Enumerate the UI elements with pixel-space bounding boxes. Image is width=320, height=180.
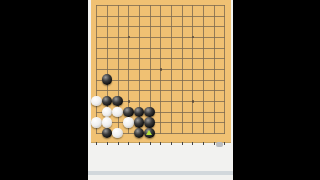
grid-line-v bbox=[224, 5, 225, 134]
tick-mark bbox=[139, 142, 140, 145]
white-stone bbox=[112, 107, 122, 117]
letterbox-left bbox=[0, 0, 88, 180]
letterbox-right bbox=[233, 0, 320, 180]
black-stone bbox=[134, 128, 144, 138]
last-move-marker bbox=[146, 130, 152, 135]
white-stone bbox=[112, 128, 122, 138]
tick-mark bbox=[203, 142, 204, 145]
grid-line-v bbox=[214, 5, 215, 134]
black-stone bbox=[144, 117, 154, 127]
white-stone bbox=[91, 96, 101, 106]
tick-mark bbox=[171, 142, 172, 145]
screenshot-root: { "game": "go", "board": { "size": 13, "… bbox=[0, 0, 320, 180]
star-point bbox=[128, 100, 130, 102]
grid-line-h bbox=[96, 80, 225, 81]
tick-mark bbox=[214, 142, 215, 145]
tick-mark bbox=[96, 142, 97, 145]
tick-mark bbox=[192, 142, 193, 145]
divider-bar bbox=[88, 171, 233, 175]
black-stone bbox=[123, 107, 133, 117]
scrollbar-thumb[interactable] bbox=[216, 142, 223, 147]
tick-mark bbox=[118, 142, 119, 145]
grid-line-h bbox=[96, 122, 225, 123]
black-stone bbox=[102, 96, 112, 106]
tick-mark bbox=[160, 142, 161, 145]
coordinate-ticks bbox=[91, 142, 231, 147]
tick-mark bbox=[182, 142, 183, 145]
tick-mark bbox=[107, 142, 108, 145]
grid-line-v bbox=[182, 5, 183, 134]
tick-mark bbox=[128, 142, 129, 145]
white-stone bbox=[123, 117, 133, 127]
black-stone bbox=[102, 74, 112, 84]
white-stone bbox=[91, 117, 101, 127]
tick-mark bbox=[224, 142, 225, 145]
grid-line-v bbox=[203, 5, 204, 134]
white-stone bbox=[102, 107, 112, 117]
grid-line-v bbox=[171, 5, 172, 134]
star-point bbox=[192, 100, 194, 102]
white-stone bbox=[102, 117, 112, 127]
black-stone bbox=[112, 96, 122, 106]
go-board[interactable] bbox=[91, 0, 231, 143]
app-content bbox=[88, 0, 233, 180]
black-stone bbox=[144, 107, 154, 117]
grid-line-h bbox=[96, 90, 225, 91]
star-point bbox=[160, 68, 162, 70]
grid-line-v bbox=[192, 5, 193, 134]
black-stone bbox=[134, 107, 144, 117]
black-stone bbox=[102, 128, 112, 138]
tick-mark bbox=[150, 142, 151, 145]
black-stone bbox=[134, 117, 144, 127]
